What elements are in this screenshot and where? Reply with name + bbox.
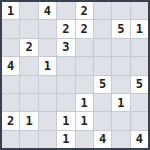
empty-cell-r3c6[interactable] xyxy=(94,39,111,56)
clue-cell-r4c3[interactable]: 1 xyxy=(39,57,56,74)
empty-cell-r2c2[interactable] xyxy=(20,20,37,37)
empty-cell-r3c1[interactable] xyxy=(2,39,19,56)
empty-cell-r4c7[interactable] xyxy=(112,57,129,74)
clue-cell-r4c1[interactable]: 4 xyxy=(2,57,19,74)
empty-cell-r5c4[interactable] xyxy=(57,76,74,93)
clue-cell-r5c6[interactable]: 5 xyxy=(94,76,111,93)
empty-cell-r4c6[interactable] xyxy=(94,57,111,74)
empty-cell-r3c3[interactable] xyxy=(39,39,56,56)
empty-cell-r6c8[interactable] xyxy=(131,94,148,111)
empty-cell-r4c8[interactable] xyxy=(131,57,148,74)
clue-cell-r8c4[interactable]: 1 xyxy=(57,131,74,148)
clue-cell-r5c8[interactable]: 5 xyxy=(131,76,148,93)
empty-cell-r6c2[interactable] xyxy=(20,94,37,111)
empty-cell-r1c6[interactable] xyxy=(94,2,111,19)
empty-cell-r5c5[interactable] xyxy=(76,76,93,93)
clue-cell-r3c2[interactable]: 2 xyxy=(20,39,37,56)
empty-cell-r7c8[interactable] xyxy=(131,112,148,129)
clue-cell-r6c5[interactable]: 1 xyxy=(76,94,93,111)
empty-cell-r8c2[interactable] xyxy=(20,131,37,148)
clue-cell-r2c8[interactable]: 1 xyxy=(131,20,148,37)
empty-cell-r7c7[interactable] xyxy=(112,112,129,129)
empty-cell-r8c1[interactable] xyxy=(2,131,19,148)
empty-cell-r2c3[interactable] xyxy=(39,20,56,37)
empty-cell-r2c6[interactable] xyxy=(94,20,111,37)
empty-cell-r5c1[interactable] xyxy=(2,76,19,93)
clue-cell-r8c8[interactable]: 4 xyxy=(131,131,148,148)
empty-cell-r2c1[interactable] xyxy=(2,20,19,37)
empty-cell-r1c7[interactable] xyxy=(112,2,129,19)
empty-cell-r8c7[interactable] xyxy=(112,131,129,148)
clue-cell-r1c5[interactable]: 2 xyxy=(76,2,93,19)
empty-cell-r4c4[interactable] xyxy=(57,57,74,74)
clue-cell-r1c1[interactable]: 1 xyxy=(2,2,19,19)
empty-cell-r6c1[interactable] xyxy=(2,94,19,111)
clue-cell-r3c4[interactable]: 3 xyxy=(57,39,74,56)
empty-cell-r1c2[interactable] xyxy=(20,2,37,19)
clue-cell-r2c4[interactable]: 2 xyxy=(57,20,74,37)
empty-cell-r4c2[interactable] xyxy=(20,57,37,74)
empty-cell-r1c4[interactable] xyxy=(57,2,74,19)
clue-cell-r1c3[interactable]: 4 xyxy=(39,2,56,19)
empty-cell-r4c5[interactable] xyxy=(76,57,93,74)
empty-cell-r7c6[interactable] xyxy=(94,112,111,129)
clue-cell-r7c2[interactable]: 1 xyxy=(20,112,37,129)
empty-cell-r8c5[interactable] xyxy=(76,131,93,148)
clue-cell-r7c1[interactable]: 2 xyxy=(2,112,19,129)
empty-cell-r5c2[interactable] xyxy=(20,76,37,93)
clue-cell-r8c6[interactable]: 4 xyxy=(94,131,111,148)
empty-cell-r3c5[interactable] xyxy=(76,39,93,56)
clue-cell-r7c4[interactable]: 1 xyxy=(57,112,74,129)
clue-cell-r7c5[interactable]: 1 xyxy=(76,112,93,129)
clue-cell-r2c7[interactable]: 5 xyxy=(112,20,129,37)
empty-cell-r3c8[interactable] xyxy=(131,39,148,56)
puzzle-board: 1422251234155112111144 xyxy=(0,0,150,150)
clue-cell-r6c7[interactable]: 1 xyxy=(112,94,129,111)
empty-cell-r6c3[interactable] xyxy=(39,94,56,111)
empty-cell-r1c8[interactable] xyxy=(131,2,148,19)
empty-cell-r3c7[interactable] xyxy=(112,39,129,56)
empty-cell-r8c3[interactable] xyxy=(39,131,56,148)
empty-cell-r7c3[interactable] xyxy=(39,112,56,129)
clue-cell-r2c5[interactable]: 2 xyxy=(76,20,93,37)
empty-cell-r6c6[interactable] xyxy=(94,94,111,111)
empty-cell-r6c4[interactable] xyxy=(57,94,74,111)
empty-cell-r5c3[interactable] xyxy=(39,76,56,93)
empty-cell-r5c7[interactable] xyxy=(112,76,129,93)
